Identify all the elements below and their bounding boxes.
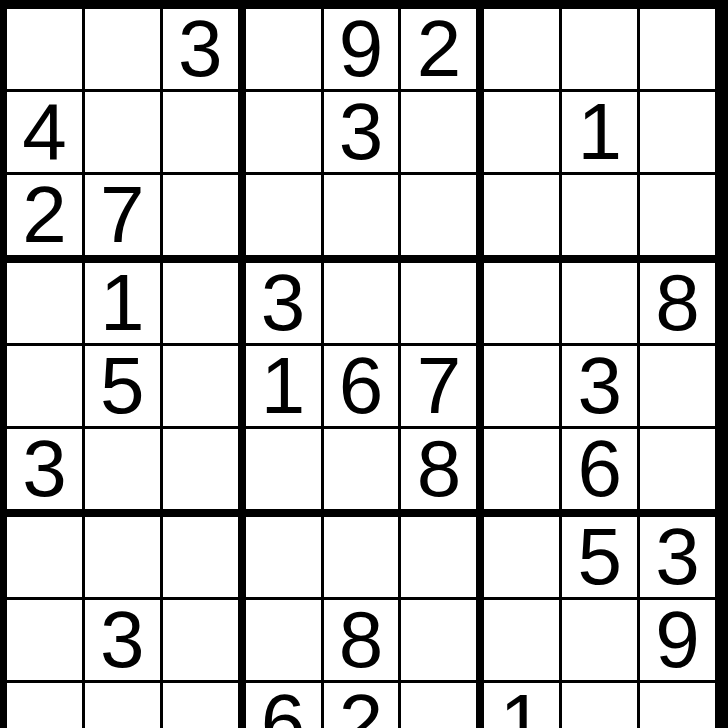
cell-r8c1[interactable] [7,600,82,680]
cell-r9c3[interactable] [163,683,238,728]
cell-r2c3[interactable] [163,92,238,172]
cell-r9c8[interactable] [562,683,637,728]
cell-r4c1[interactable] [7,263,82,343]
cell-r3c1: 2 [7,175,82,255]
cell-r9c6[interactable] [401,683,476,728]
cell-r2c7[interactable] [484,92,559,172]
cell-r8c7[interactable] [484,600,559,680]
cell-r1c6: 2 [401,9,476,89]
cell-r2c1: 4 [7,92,82,172]
cell-r6c4[interactable] [246,429,321,509]
cell-r5c7[interactable] [484,346,559,426]
cell-r6c6: 8 [401,429,476,509]
cell-r5c5: 6 [324,346,399,426]
cell-r2c6[interactable] [401,92,476,172]
cell-r7c8: 5 [562,517,637,597]
cell-r7c5[interactable] [324,517,399,597]
cell-r7c7[interactable] [484,517,559,597]
cell-r3c5[interactable] [324,175,399,255]
cell-r6c7[interactable] [484,429,559,509]
cell-r2c4[interactable] [246,92,321,172]
cell-r7c1[interactable] [7,517,82,597]
cell-r6c5[interactable] [324,429,399,509]
cell-r6c3[interactable] [163,429,238,509]
cell-r5c1[interactable] [7,346,82,426]
cell-r4c6[interactable] [401,263,476,343]
cell-r1c5: 9 [324,9,399,89]
cell-r9c2[interactable] [85,683,160,728]
cell-r1c4[interactable] [246,9,321,89]
cell-r1c8[interactable] [562,9,637,89]
cell-r3c7[interactable] [484,175,559,255]
cell-r8c5: 8 [324,600,399,680]
cell-r5c3[interactable] [163,346,238,426]
cell-r8c9: 9 [640,600,715,680]
cell-r1c1[interactable] [7,9,82,89]
cell-r4c5[interactable] [324,263,399,343]
cell-r3c4[interactable] [246,175,321,255]
cell-r6c8: 6 [562,429,637,509]
cell-r8c4[interactable] [246,600,321,680]
cell-r9c9[interactable] [640,683,715,728]
cell-r8c3[interactable] [163,600,238,680]
cell-r6c2[interactable] [85,429,160,509]
cell-r2c9[interactable] [640,92,715,172]
cell-r3c9[interactable] [640,175,715,255]
cell-r7c3[interactable] [163,517,238,597]
sudoku-page: 392431271385167338653389621 [0,0,728,728]
cell-r9c1[interactable] [7,683,82,728]
cell-r8c2: 3 [85,600,160,680]
cell-r4c8[interactable] [562,263,637,343]
cell-r1c9[interactable] [640,9,715,89]
cell-r4c9: 8 [640,263,715,343]
cell-r7c4[interactable] [246,517,321,597]
cell-r7c6[interactable] [401,517,476,597]
cell-r5c4: 1 [246,346,321,426]
cell-r5c9[interactable] [640,346,715,426]
cell-r9c5: 2 [324,683,399,728]
cell-r4c3[interactable] [163,263,238,343]
cell-r5c8: 3 [562,346,637,426]
cell-r9c4: 6 [246,683,321,728]
cell-r4c4: 3 [246,263,321,343]
cell-r5c6: 7 [401,346,476,426]
cell-r4c2: 1 [85,263,160,343]
cell-r7c9: 3 [640,517,715,597]
cell-r8c6[interactable] [401,600,476,680]
cell-r4c7[interactable] [484,263,559,343]
sudoku-board: 392431271385167338653389621 [0,0,728,728]
cell-r8c8[interactable] [562,600,637,680]
cell-r9c7: 1 [484,683,559,728]
cell-r2c5: 3 [324,92,399,172]
cell-r1c2[interactable] [85,9,160,89]
cell-r1c3: 3 [163,9,238,89]
cell-r3c8[interactable] [562,175,637,255]
cell-r3c6[interactable] [401,175,476,255]
cell-r2c8: 1 [562,92,637,172]
cell-r5c2: 5 [85,346,160,426]
cell-r1c7[interactable] [484,9,559,89]
cell-r7c2[interactable] [85,517,160,597]
cell-r3c2: 7 [85,175,160,255]
cell-r3c3[interactable] [163,175,238,255]
cell-r2c2[interactable] [85,92,160,172]
cell-r6c1: 3 [7,429,82,509]
cell-r6c9[interactable] [640,429,715,509]
